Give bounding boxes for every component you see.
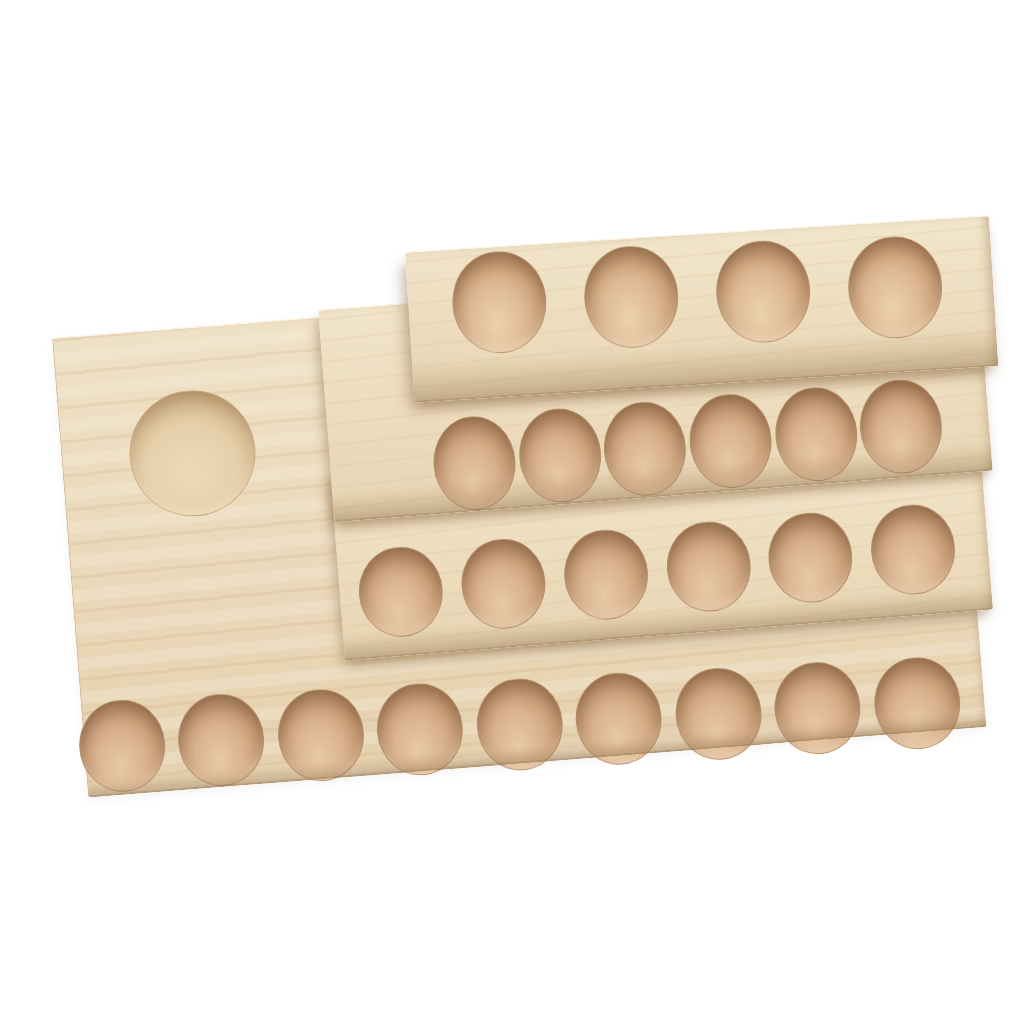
bottle-hole	[856, 377, 945, 477]
bottle-hole	[686, 391, 775, 491]
bottle-hole	[76, 697, 169, 795]
bottle-hole	[561, 527, 652, 623]
bottle-hole	[430, 413, 519, 513]
bottle-hole	[672, 665, 765, 763]
bottle-hole	[355, 544, 446, 640]
bottle-hole	[771, 659, 864, 757]
bottle-hole	[868, 501, 959, 597]
product-photo	[0, 0, 1024, 1024]
bottle-hole	[516, 405, 605, 505]
large-recess	[125, 386, 260, 521]
bottle-hole	[765, 509, 856, 605]
bottle-hole	[449, 248, 549, 356]
bottle-hole	[175, 691, 268, 789]
bottle-hole	[663, 518, 754, 614]
bottle-hole	[713, 238, 813, 346]
bottle-hole	[772, 384, 861, 484]
bottle-hole	[473, 675, 566, 773]
bottle-hole	[600, 399, 689, 499]
bottle-hole	[572, 669, 665, 767]
bottle-hole	[275, 686, 368, 784]
bottle-hole	[845, 233, 945, 341]
bottle-hole	[871, 654, 964, 752]
bottle-hole	[373, 680, 466, 778]
bottle-hole	[458, 536, 549, 632]
bottle-hole	[581, 243, 681, 351]
